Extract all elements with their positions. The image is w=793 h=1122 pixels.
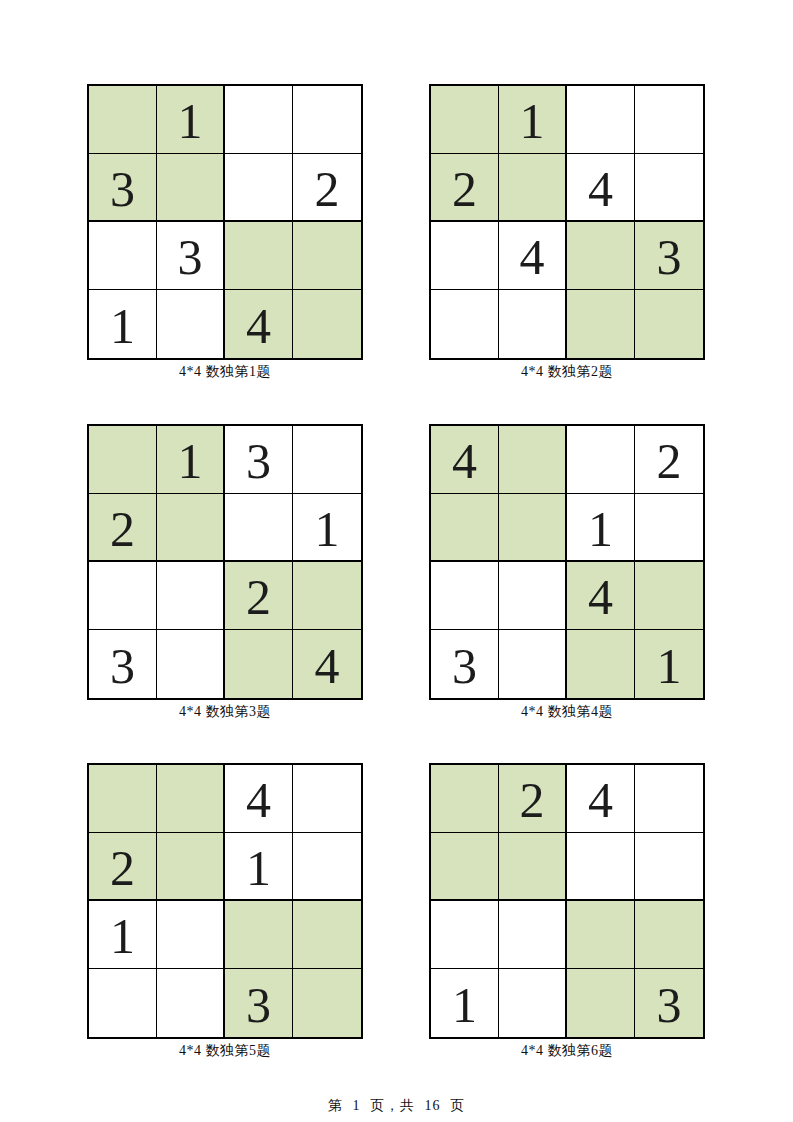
puzzle5-cell-r4c1	[89, 969, 157, 1037]
puzzle6-cell-r2c4	[635, 833, 703, 901]
puzzle-caption-2: 4*4 数独第2题	[429, 363, 705, 381]
puzzle3-cell-r3c4	[293, 562, 361, 630]
puzzle4-cell-r1c1: 4	[431, 426, 499, 494]
sudoku-board-3: 1321234	[87, 424, 363, 700]
puzzle5-cell-r3c1: 1	[89, 901, 157, 969]
puzzle5-cell-r2c1: 2	[89, 833, 157, 901]
puzzle3-cell-r1c3: 3	[225, 426, 293, 494]
puzzle5-cell-r1c1	[89, 765, 157, 833]
puzzle3-cell-r2c2	[157, 494, 225, 562]
puzzle-caption-6: 4*4 数独第6题	[429, 1042, 705, 1060]
puzzle2-cell-r4c3	[567, 290, 635, 358]
puzzle6-cell-r1c4	[635, 765, 703, 833]
puzzle6-cell-r4c2	[499, 969, 567, 1037]
puzzle5-cell-r4c3: 3	[225, 969, 293, 1037]
puzzle2-cell-r4c2	[499, 290, 567, 358]
puzzle4-cell-r4c3	[567, 630, 635, 698]
puzzle1-cell-r4c1: 1	[89, 290, 157, 358]
puzzle-caption-3: 4*4 数独第3题	[87, 703, 363, 721]
puzzle4-cell-r3c3: 4	[567, 562, 635, 630]
puzzle4-cell-r4c2	[499, 630, 567, 698]
puzzle1-cell-r1c1	[89, 86, 157, 154]
puzzle2-cell-r4c4	[635, 290, 703, 358]
puzzle3-cell-r2c4: 1	[293, 494, 361, 562]
puzzle5-cell-r3c3	[225, 901, 293, 969]
puzzle3-cell-r4c4: 4	[293, 630, 361, 698]
puzzle6-cell-r3c4	[635, 901, 703, 969]
puzzle6-cell-r4c4: 3	[635, 969, 703, 1037]
puzzle3-cell-r3c1	[89, 562, 157, 630]
sudoku-board-2: 12443	[429, 84, 705, 360]
sudoku-puzzle-3: 1321234 4*4 数独第3题	[87, 424, 363, 721]
puzzle5-cell-r2c4	[293, 833, 361, 901]
puzzle1-cell-r4c2	[157, 290, 225, 358]
puzzle1-cell-r4c3: 4	[225, 290, 293, 358]
puzzle1-cell-r2c3	[225, 154, 293, 222]
puzzle-caption-4: 4*4 数独第4题	[429, 703, 705, 721]
puzzle1-cell-r3c1	[89, 222, 157, 290]
puzzle2-cell-r3c1	[431, 222, 499, 290]
puzzle1-cell-r3c4	[293, 222, 361, 290]
puzzle4-cell-r2c1	[431, 494, 499, 562]
puzzle2-cell-r3c3	[567, 222, 635, 290]
sudoku-puzzle-5: 42113 4*4 数独第5题	[87, 763, 363, 1060]
puzzle-caption-5: 4*4 数独第5题	[87, 1042, 363, 1060]
sudoku-board-6: 2413	[429, 763, 705, 1039]
puzzle6-cell-r4c1: 1	[431, 969, 499, 1037]
sudoku-puzzle-4: 421431 4*4 数独第4题	[429, 424, 705, 721]
puzzle2-cell-r3c2: 4	[499, 222, 567, 290]
puzzle6-cell-r1c3: 4	[567, 765, 635, 833]
puzzle2-cell-r1c1	[431, 86, 499, 154]
puzzle5-cell-r1c3: 4	[225, 765, 293, 833]
puzzle4-cell-r1c4: 2	[635, 426, 703, 494]
puzzle3-cell-r3c3: 2	[225, 562, 293, 630]
puzzle1-cell-r2c2	[157, 154, 225, 222]
puzzle2-cell-r2c1: 2	[431, 154, 499, 222]
puzzle5-cell-r2c3: 1	[225, 833, 293, 901]
puzzle5-cell-r3c2	[157, 901, 225, 969]
puzzle4-cell-r2c2	[499, 494, 567, 562]
puzzle3-cell-r1c2: 1	[157, 426, 225, 494]
puzzle5-cell-r4c2	[157, 969, 225, 1037]
puzzle6-cell-r3c1	[431, 901, 499, 969]
puzzle3-cell-r1c4	[293, 426, 361, 494]
puzzle6-cell-r3c2	[499, 901, 567, 969]
puzzle6-cell-r1c1	[431, 765, 499, 833]
puzzle6-cell-r2c2	[499, 833, 567, 901]
sudoku-board-1: 132314	[87, 84, 363, 360]
sudoku-puzzle-1: 132314 4*4 数独第1题	[87, 84, 363, 381]
puzzle3-cell-r2c3	[225, 494, 293, 562]
puzzle3-cell-r4c1: 3	[89, 630, 157, 698]
puzzle-caption-1: 4*4 数独第1题	[87, 363, 363, 381]
sudoku-board-4: 421431	[429, 424, 705, 700]
puzzle5-cell-r4c4	[293, 969, 361, 1037]
puzzle5-cell-r1c4	[293, 765, 361, 833]
puzzle1-cell-r2c1: 3	[89, 154, 157, 222]
puzzle6-cell-r2c1	[431, 833, 499, 901]
puzzle4-cell-r4c4: 1	[635, 630, 703, 698]
puzzle3-cell-r2c1: 2	[89, 494, 157, 562]
puzzle4-cell-r3c1	[431, 562, 499, 630]
puzzle1-cell-r3c3	[225, 222, 293, 290]
puzzle3-cell-r4c3	[225, 630, 293, 698]
puzzle1-cell-r4c4	[293, 290, 361, 358]
puzzle6-cell-r4c3	[567, 969, 635, 1037]
puzzle4-cell-r3c4	[635, 562, 703, 630]
puzzle5-cell-r2c2	[157, 833, 225, 901]
puzzle2-cell-r2c3: 4	[567, 154, 635, 222]
puzzle4-cell-r1c3	[567, 426, 635, 494]
puzzle2-cell-r2c4	[635, 154, 703, 222]
puzzle3-cell-r1c1	[89, 426, 157, 494]
puzzle1-cell-r2c4: 2	[293, 154, 361, 222]
sudoku-puzzle-6: 2413 4*4 数独第6题	[429, 763, 705, 1060]
puzzle2-cell-r1c3	[567, 86, 635, 154]
puzzle4-cell-r3c2	[499, 562, 567, 630]
puzzle6-cell-r2c3	[567, 833, 635, 901]
puzzle6-cell-r1c2: 2	[499, 765, 567, 833]
puzzle3-cell-r4c2	[157, 630, 225, 698]
puzzle2-cell-r1c2: 1	[499, 86, 567, 154]
puzzle2-cell-r2c2	[499, 154, 567, 222]
puzzle5-cell-r3c4	[293, 901, 361, 969]
puzzle4-cell-r2c4	[635, 494, 703, 562]
puzzle1-cell-r3c2: 3	[157, 222, 225, 290]
sudoku-board-5: 42113	[87, 763, 363, 1039]
puzzle2-cell-r3c4: 3	[635, 222, 703, 290]
puzzle6-cell-r3c3	[567, 901, 635, 969]
puzzle1-cell-r1c2: 1	[157, 86, 225, 154]
puzzle5-cell-r1c2	[157, 765, 225, 833]
puzzle3-cell-r3c2	[157, 562, 225, 630]
puzzle4-cell-r4c1: 3	[431, 630, 499, 698]
sudoku-puzzle-2: 12443 4*4 数独第2题	[429, 84, 705, 381]
puzzle4-cell-r2c3: 1	[567, 494, 635, 562]
puzzle1-cell-r1c4	[293, 86, 361, 154]
page-number-footer: 第 1 页，共 16 页	[0, 1097, 793, 1115]
puzzle2-cell-r1c4	[635, 86, 703, 154]
puzzle2-cell-r4c1	[431, 290, 499, 358]
puzzle1-cell-r1c3	[225, 86, 293, 154]
puzzle4-cell-r1c2	[499, 426, 567, 494]
